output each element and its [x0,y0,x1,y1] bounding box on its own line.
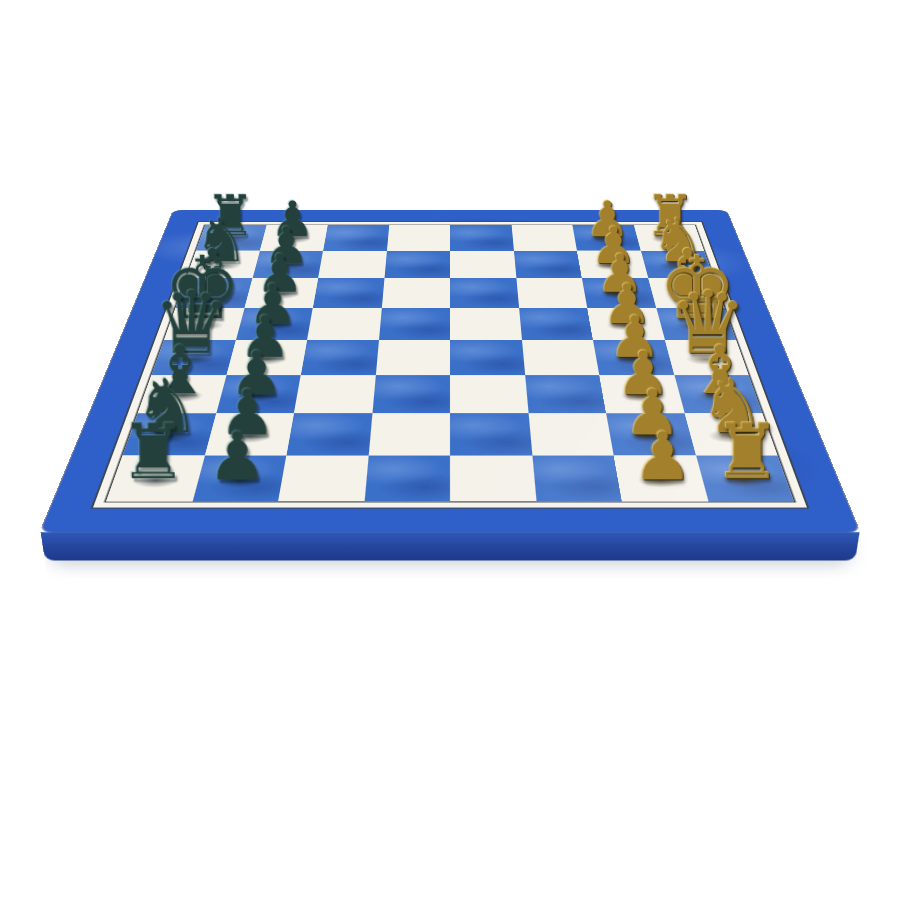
board-scene: ♜♟♟♜♞♟♟♞♝♟♟♝♚♟♟♚♛♟♟♛♝♟♟♝♞♟♟♞♜♟♟♜ [0,0,900,900]
square-a2[interactable]: ♟ [614,455,708,501]
piece-black-rook[interactable]: ♜ [119,414,187,490]
square-e5[interactable] [379,308,451,340]
square-e3[interactable] [519,308,593,340]
square-g4[interactable] [450,251,516,278]
square-b5[interactable] [368,413,450,455]
square-a7[interactable]: ♟ [192,455,286,501]
photo-background: ♜♟♟♜♞♟♟♞♝♟♟♝♚♟♟♚♛♟♟♛♝♟♟♝♞♟♟♞♜♟♟♜ [0,0,900,900]
square-g6[interactable] [318,251,386,278]
board-grid: ♜♟♟♜♞♟♟♞♝♟♟♝♚♟♟♚♛♟♟♛♝♟♟♝♞♟♟♞♜♟♟♜ [106,225,794,501]
board-playfield: ♜♟♟♜♞♟♟♞♝♟♟♝♚♟♟♚♛♟♟♛♝♟♟♝♞♟♟♞♜♟♟♜ [106,225,794,501]
square-g5[interactable] [384,251,450,278]
square-h4[interactable] [450,225,513,251]
square-d5[interactable] [375,340,450,375]
board-front-edge [40,532,859,560]
square-d6[interactable] [301,340,379,375]
square-d4[interactable] [450,340,525,375]
square-e6[interactable] [307,308,381,340]
square-b3[interactable] [528,413,614,455]
square-a3[interactable] [532,455,622,501]
square-h6[interactable] [323,225,389,251]
square-a5[interactable] [364,455,450,501]
square-e4[interactable] [450,308,522,340]
square-f4[interactable] [450,278,519,308]
piece-black-pawn[interactable]: ♟ [208,423,268,490]
square-c5[interactable] [372,375,450,413]
square-g3[interactable] [513,251,581,278]
square-c4[interactable] [450,375,528,413]
square-b4[interactable] [450,413,532,455]
square-f3[interactable] [516,278,587,308]
piece-white-pawn[interactable]: ♟ [633,423,693,490]
square-a4[interactable] [450,455,536,501]
square-f6[interactable] [313,278,384,308]
chess-board: ♜♟♟♜♞♟♟♞♝♟♟♝♚♟♟♚♛♟♟♛♝♟♟♝♞♟♟♞♜♟♟♜ [40,210,859,532]
square-f5[interactable] [381,278,450,308]
square-c3[interactable] [525,375,607,413]
square-a6[interactable] [278,455,368,501]
square-a8[interactable]: ♜ [106,455,204,501]
square-b6[interactable] [286,413,372,455]
piece-white-rook[interactable]: ♜ [713,414,781,490]
square-h3[interactable] [511,225,577,251]
square-a1[interactable]: ♜ [695,455,793,501]
square-d3[interactable] [522,340,600,375]
square-c6[interactable] [294,375,376,413]
square-h5[interactable] [387,225,450,251]
